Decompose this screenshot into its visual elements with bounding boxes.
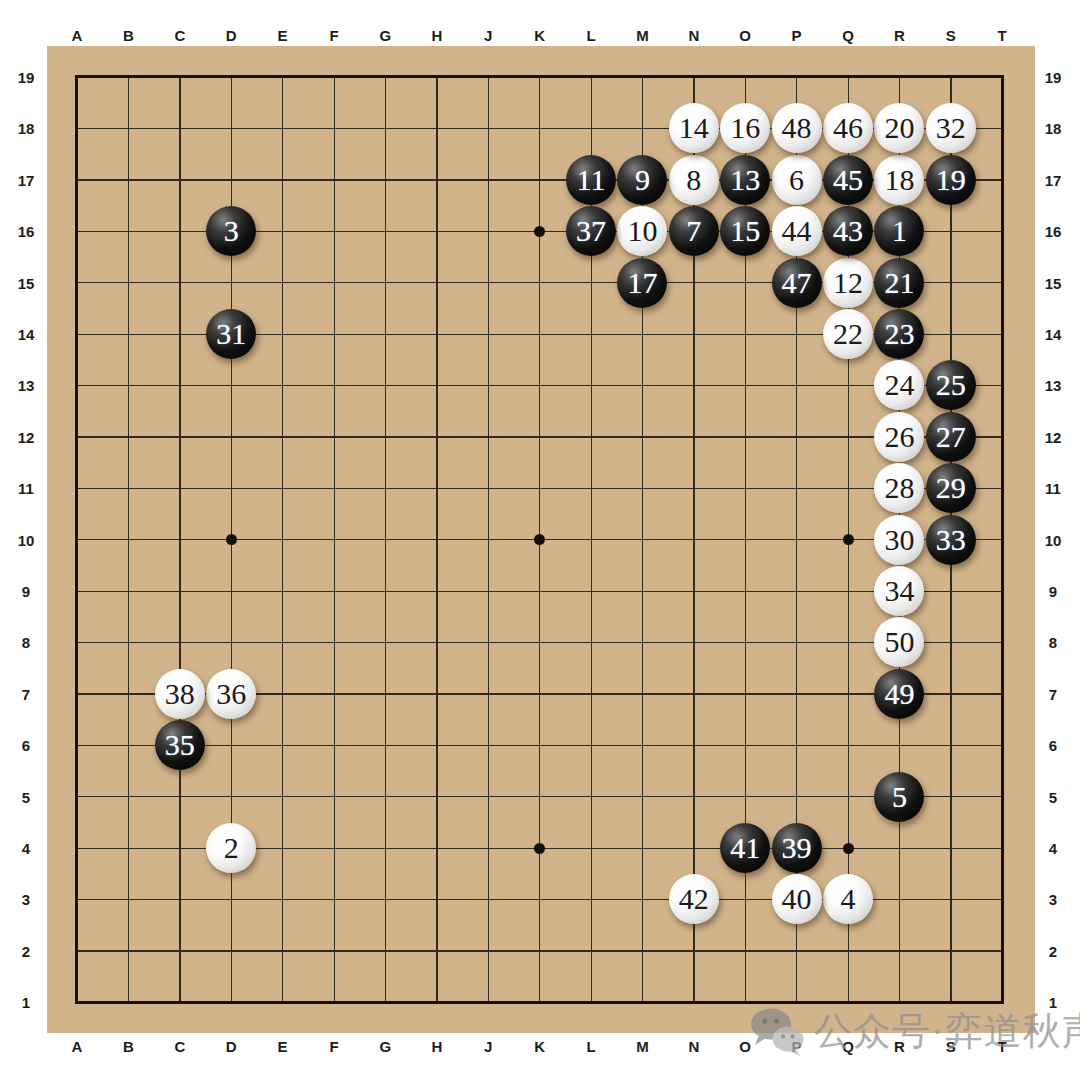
stone-black-41-O4: 41 xyxy=(720,823,770,873)
stone-number: 35 xyxy=(165,730,195,760)
coord-label-left-4: 4 xyxy=(22,840,30,857)
stone-number: 5 xyxy=(892,782,907,812)
coord-label-right-4: 4 xyxy=(1049,840,1057,857)
coord-label-right-19: 19 xyxy=(1045,69,1062,86)
watermark: 公众号·弈道秋声 xyxy=(748,1006,1080,1057)
coord-label-right-7: 7 xyxy=(1049,685,1057,702)
coord-label-bottom-A: A xyxy=(72,1038,83,1055)
stone-black-33-S10: 33 xyxy=(926,515,976,565)
stone-number: 4 xyxy=(841,884,856,914)
stone-black-21-R15: 21 xyxy=(874,258,924,308)
coord-label-left-7: 7 xyxy=(22,685,30,702)
stone-number: 14 xyxy=(679,113,709,143)
coord-label-right-9: 9 xyxy=(1049,583,1057,600)
coord-label-right-11: 11 xyxy=(1045,480,1061,497)
coord-label-bottom-J: J xyxy=(484,1038,492,1055)
coord-label-top-J: J xyxy=(484,27,492,44)
stone-number: 31 xyxy=(216,319,246,349)
coord-label-bottom-E: E xyxy=(278,1038,288,1055)
stone-black-29-S11: 29 xyxy=(926,463,976,513)
stone-number: 22 xyxy=(833,319,863,349)
coord-label-right-8: 8 xyxy=(1049,634,1057,651)
stone-number: 47 xyxy=(782,268,812,298)
stone-white-2-D4: 2 xyxy=(206,823,256,873)
coord-label-left-5: 5 xyxy=(22,788,30,805)
coord-label-left-3: 3 xyxy=(22,891,30,908)
stone-number: 30 xyxy=(884,525,914,555)
stone-white-42-N3: 42 xyxy=(669,874,719,924)
stone-white-8-N17: 8 xyxy=(669,155,719,205)
stone-number: 42 xyxy=(679,884,709,914)
stone-number: 9 xyxy=(635,165,650,195)
stone-number: 15 xyxy=(730,216,760,246)
stone-number: 28 xyxy=(884,473,914,503)
stone-black-25-S13: 25 xyxy=(926,360,976,410)
coord-label-left-2: 2 xyxy=(22,942,30,959)
coord-label-bottom-L: L xyxy=(586,1038,595,1055)
stone-black-13-O17: 13 xyxy=(720,155,770,205)
coord-label-bottom-B: B xyxy=(123,1038,134,1055)
coord-label-bottom-K: K xyxy=(534,1038,545,1055)
stone-black-31-D14: 31 xyxy=(206,309,256,359)
coord-label-left-17: 17 xyxy=(18,171,35,188)
coord-label-right-16: 16 xyxy=(1045,223,1062,240)
coord-label-top-G: G xyxy=(380,27,392,44)
stone-white-6-P17: 6 xyxy=(772,155,822,205)
stone-white-18-R17: 18 xyxy=(874,155,924,205)
coord-label-top-F: F xyxy=(329,27,338,44)
coord-label-left-6: 6 xyxy=(22,737,30,754)
coord-label-top-T: T xyxy=(998,27,1007,44)
stone-number: 38 xyxy=(165,679,195,709)
stone-number: 43 xyxy=(833,216,863,246)
star-point-Q10 xyxy=(843,534,854,545)
coord-label-bottom-C: C xyxy=(174,1038,185,1055)
stone-number: 41 xyxy=(730,833,760,863)
stone-number: 26 xyxy=(884,422,914,452)
coord-label-bottom-F: F xyxy=(329,1038,338,1055)
watermark-text: 公众号·弈道秋声 xyxy=(814,1006,1080,1057)
stone-number: 48 xyxy=(782,113,812,143)
stone-number: 11 xyxy=(577,165,606,195)
stone-number: 20 xyxy=(884,113,914,143)
coord-label-bottom-G: G xyxy=(380,1038,392,1055)
coord-label-top-M: M xyxy=(636,27,649,44)
coord-label-left-8: 8 xyxy=(22,634,30,651)
stone-black-37-L16: 37 xyxy=(566,206,616,256)
coord-label-top-S: S xyxy=(946,27,956,44)
coord-label-left-18: 18 xyxy=(18,120,35,137)
stone-number: 19 xyxy=(936,165,966,195)
coord-label-top-E: E xyxy=(278,27,288,44)
stone-white-48-P18: 48 xyxy=(772,103,822,153)
stone-black-9-M17: 9 xyxy=(617,155,667,205)
stone-number: 36 xyxy=(216,679,246,709)
coord-label-left-13: 13 xyxy=(18,377,35,394)
star-point-K4 xyxy=(534,843,545,854)
coord-label-top-K: K xyxy=(534,27,545,44)
coord-label-left-19: 19 xyxy=(18,69,35,86)
stone-number: 27 xyxy=(936,422,966,452)
stone-number: 16 xyxy=(730,113,760,143)
stone-number: 2 xyxy=(224,833,239,863)
stone-number: 7 xyxy=(686,216,701,246)
stone-number: 6 xyxy=(789,165,804,195)
coord-label-right-3: 3 xyxy=(1049,891,1057,908)
stone-number: 40 xyxy=(782,884,812,914)
stone-white-22-Q14: 22 xyxy=(823,309,873,359)
stone-number: 49 xyxy=(884,679,914,709)
stone-black-49-R7: 49 xyxy=(874,669,924,719)
stone-white-44-P16: 44 xyxy=(772,206,822,256)
coord-label-right-2: 2 xyxy=(1049,942,1057,959)
stone-white-14-N18: 14 xyxy=(669,103,719,153)
stone-black-47-P15: 47 xyxy=(772,258,822,308)
stone-black-17-M15: 17 xyxy=(617,258,667,308)
coord-label-top-R: R xyxy=(894,27,905,44)
coord-label-top-H: H xyxy=(431,27,442,44)
coord-label-left-10: 10 xyxy=(18,531,35,548)
stone-number: 1 xyxy=(892,216,907,246)
stone-white-38-C7: 38 xyxy=(155,669,205,719)
stone-number: 34 xyxy=(884,576,914,606)
stone-number: 17 xyxy=(627,268,657,298)
stone-number: 8 xyxy=(686,165,701,195)
stone-white-40-P3: 40 xyxy=(772,874,822,924)
coord-label-left-16: 16 xyxy=(18,223,35,240)
coord-label-left-1: 1 xyxy=(22,994,30,1011)
stone-number: 32 xyxy=(936,113,966,143)
wechat-icon xyxy=(748,1007,806,1057)
coord-label-top-D: D xyxy=(226,27,237,44)
stone-number: 33 xyxy=(936,525,966,555)
stone-number: 10 xyxy=(627,216,657,246)
coord-label-right-12: 12 xyxy=(1045,428,1062,445)
coord-label-top-L: L xyxy=(586,27,595,44)
stone-black-35-C6: 35 xyxy=(155,720,205,770)
stone-number: 45 xyxy=(833,165,863,195)
coord-label-right-6: 6 xyxy=(1049,737,1057,754)
stone-white-32-S18: 32 xyxy=(926,103,976,153)
coord-label-bottom-M: M xyxy=(636,1038,649,1055)
stone-number: 29 xyxy=(936,473,966,503)
coord-label-right-13: 13 xyxy=(1045,377,1062,394)
coord-label-left-12: 12 xyxy=(18,428,35,445)
stone-black-19-S17: 19 xyxy=(926,155,976,205)
coord-label-right-15: 15 xyxy=(1045,274,1062,291)
coord-label-left-14: 14 xyxy=(18,326,35,343)
coord-label-left-11: 11 xyxy=(18,480,34,497)
stone-number: 3 xyxy=(224,216,239,246)
coord-label-right-14: 14 xyxy=(1045,326,1062,343)
stone-white-12-Q15: 12 xyxy=(823,258,873,308)
coord-label-right-17: 17 xyxy=(1045,171,1062,188)
stone-white-26-R12: 26 xyxy=(874,412,924,462)
stone-white-30-R10: 30 xyxy=(874,515,924,565)
coord-label-left-15: 15 xyxy=(18,274,35,291)
stone-number: 12 xyxy=(833,268,863,298)
stone-number: 44 xyxy=(782,216,812,246)
stone-black-27-S12: 27 xyxy=(926,412,976,462)
coord-label-bottom-N: N xyxy=(688,1038,699,1055)
stone-number: 46 xyxy=(833,113,863,143)
stone-number: 23 xyxy=(884,319,914,349)
coord-label-right-5: 5 xyxy=(1049,788,1057,805)
stone-black-11-L17: 11 xyxy=(566,155,616,205)
stone-number: 24 xyxy=(884,370,914,400)
stone-white-36-D7: 36 xyxy=(206,669,256,719)
coord-label-top-N: N xyxy=(688,27,699,44)
stone-number: 18 xyxy=(884,165,914,195)
stone-number: 25 xyxy=(936,370,966,400)
star-point-K16 xyxy=(534,226,545,237)
stone-black-5-R5: 5 xyxy=(874,772,924,822)
coord-label-right-18: 18 xyxy=(1045,120,1062,137)
coord-label-top-B: B xyxy=(123,27,134,44)
coord-label-top-O: O xyxy=(739,27,751,44)
stone-black-7-N16: 7 xyxy=(669,206,719,256)
stone-black-43-Q16: 43 xyxy=(823,206,873,256)
stone-black-39-P4: 39 xyxy=(772,823,822,873)
stone-black-45-Q17: 45 xyxy=(823,155,873,205)
coord-label-bottom-D: D xyxy=(226,1038,237,1055)
coord-label-top-P: P xyxy=(792,27,802,44)
star-point-D10 xyxy=(226,534,237,545)
coord-label-right-10: 10 xyxy=(1045,531,1062,548)
stone-number: 39 xyxy=(782,833,812,863)
coord-label-left-9: 9 xyxy=(22,583,30,600)
coord-label-top-C: C xyxy=(174,27,185,44)
stone-number: 13 xyxy=(730,165,760,195)
stone-number: 50 xyxy=(884,627,914,657)
stone-number: 37 xyxy=(576,216,606,246)
stone-number: 21 xyxy=(884,268,914,298)
coord-label-bottom-H: H xyxy=(431,1038,442,1055)
go-diagram-page: AABBCCDDEEFFGGHHJJKKLLMMNNOOPPQQRRSSTT19… xyxy=(0,0,1080,1080)
star-point-Q4 xyxy=(843,843,854,854)
coord-label-top-A: A xyxy=(72,27,83,44)
coord-label-top-Q: Q xyxy=(842,27,854,44)
